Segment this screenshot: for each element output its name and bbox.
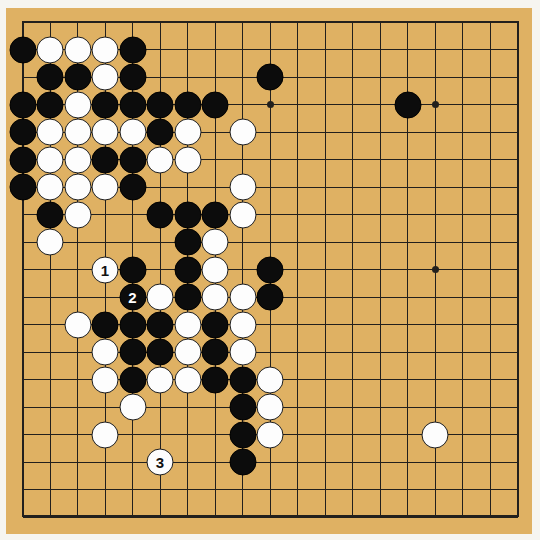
- intersection[interactable]: [174, 256, 202, 284]
- intersection[interactable]: [449, 36, 477, 64]
- intersection[interactable]: [366, 448, 394, 476]
- intersection[interactable]: [64, 36, 92, 64]
- intersection[interactable]: [36, 8, 64, 36]
- intersection[interactable]: [476, 91, 504, 119]
- intersection[interactable]: [146, 311, 174, 339]
- intersection[interactable]: [146, 421, 174, 449]
- intersection[interactable]: [476, 476, 504, 504]
- intersection[interactable]: [394, 228, 422, 256]
- intersection[interactable]: [339, 201, 367, 229]
- intersection[interactable]: [339, 393, 367, 421]
- intersection[interactable]: [284, 63, 312, 91]
- intersection[interactable]: [146, 338, 174, 366]
- intersection[interactable]: [36, 118, 64, 146]
- intersection[interactable]: [174, 393, 202, 421]
- intersection[interactable]: [229, 256, 257, 284]
- intersection[interactable]: [9, 256, 37, 284]
- intersection[interactable]: [146, 228, 174, 256]
- intersection[interactable]: [91, 118, 119, 146]
- intersection[interactable]: [64, 448, 92, 476]
- intersection[interactable]: [421, 201, 449, 229]
- intersection[interactable]: [311, 228, 339, 256]
- intersection[interactable]: [339, 36, 367, 64]
- intersection[interactable]: [421, 228, 449, 256]
- intersection[interactable]: [476, 173, 504, 201]
- intersection[interactable]: [504, 311, 532, 339]
- intersection[interactable]: [9, 283, 37, 311]
- intersection[interactable]: [421, 36, 449, 64]
- intersection[interactable]: [146, 283, 174, 311]
- intersection[interactable]: [64, 146, 92, 174]
- intersection[interactable]: [366, 311, 394, 339]
- intersection[interactable]: [421, 476, 449, 504]
- intersection[interactable]: [256, 228, 284, 256]
- intersection[interactable]: [64, 228, 92, 256]
- intersection[interactable]: [119, 201, 147, 229]
- intersection[interactable]: [504, 476, 532, 504]
- intersection[interactable]: [9, 91, 37, 119]
- intersection[interactable]: [366, 36, 394, 64]
- intersection[interactable]: [284, 173, 312, 201]
- intersection[interactable]: [421, 173, 449, 201]
- intersection[interactable]: [229, 283, 257, 311]
- intersection[interactable]: [174, 201, 202, 229]
- intersection[interactable]: [36, 283, 64, 311]
- intersection[interactable]: [476, 228, 504, 256]
- intersection[interactable]: [201, 118, 229, 146]
- intersection[interactable]: [36, 476, 64, 504]
- intersection[interactable]: [284, 393, 312, 421]
- intersection[interactable]: [229, 8, 257, 36]
- intersection[interactable]: [146, 8, 174, 36]
- intersection[interactable]: [449, 118, 477, 146]
- intersection[interactable]: [36, 146, 64, 174]
- intersection[interactable]: [146, 146, 174, 174]
- intersection[interactable]: [449, 283, 477, 311]
- intersection[interactable]: [311, 146, 339, 174]
- intersection[interactable]: [9, 476, 37, 504]
- intersection[interactable]: [36, 366, 64, 394]
- intersection[interactable]: [9, 118, 37, 146]
- intersection[interactable]: [366, 228, 394, 256]
- intersection[interactable]: [119, 228, 147, 256]
- intersection[interactable]: [201, 421, 229, 449]
- intersection[interactable]: [91, 421, 119, 449]
- intersection[interactable]: [119, 256, 147, 284]
- intersection[interactable]: [394, 256, 422, 284]
- intersection[interactable]: [311, 256, 339, 284]
- intersection[interactable]: [504, 146, 532, 174]
- intersection[interactable]: [36, 201, 64, 229]
- intersection[interactable]: [174, 228, 202, 256]
- intersection[interactable]: [311, 173, 339, 201]
- intersection[interactable]: [284, 8, 312, 36]
- intersection[interactable]: [504, 36, 532, 64]
- intersection[interactable]: [201, 36, 229, 64]
- intersection[interactable]: [394, 118, 422, 146]
- intersection[interactable]: [174, 503, 202, 531]
- intersection[interactable]: [394, 201, 422, 229]
- intersection[interactable]: [311, 8, 339, 36]
- intersection[interactable]: [64, 421, 92, 449]
- intersection[interactable]: [64, 366, 92, 394]
- intersection[interactable]: [119, 476, 147, 504]
- intersection[interactable]: [174, 173, 202, 201]
- intersection[interactable]: [339, 503, 367, 531]
- intersection[interactable]: [91, 283, 119, 311]
- intersection[interactable]: [339, 8, 367, 36]
- intersection[interactable]: [64, 476, 92, 504]
- intersection[interactable]: [449, 8, 477, 36]
- intersection[interactable]: [119, 393, 147, 421]
- intersection[interactable]: [311, 118, 339, 146]
- intersection[interactable]: [119, 118, 147, 146]
- intersection[interactable]: [229, 91, 257, 119]
- intersection[interactable]: [119, 421, 147, 449]
- intersection[interactable]: [394, 338, 422, 366]
- intersection[interactable]: [311, 503, 339, 531]
- intersection[interactable]: [504, 228, 532, 256]
- intersection[interactable]: [119, 503, 147, 531]
- intersection[interactable]: [311, 421, 339, 449]
- intersection[interactable]: [476, 201, 504, 229]
- intersection[interactable]: [339, 173, 367, 201]
- intersection[interactable]: [174, 63, 202, 91]
- intersection[interactable]: [284, 36, 312, 64]
- intersection[interactable]: [476, 311, 504, 339]
- intersection[interactable]: [256, 503, 284, 531]
- intersection[interactable]: [421, 503, 449, 531]
- intersection[interactable]: [64, 173, 92, 201]
- intersection[interactable]: 1: [91, 256, 119, 284]
- intersection[interactable]: [284, 118, 312, 146]
- intersection[interactable]: [229, 421, 257, 449]
- intersection[interactable]: [394, 8, 422, 36]
- intersection[interactable]: [449, 173, 477, 201]
- intersection[interactable]: [256, 91, 284, 119]
- intersection[interactable]: [146, 393, 174, 421]
- intersection[interactable]: [36, 311, 64, 339]
- intersection[interactable]: [64, 311, 92, 339]
- intersection[interactable]: [476, 366, 504, 394]
- intersection[interactable]: [64, 393, 92, 421]
- intersection[interactable]: [36, 503, 64, 531]
- intersection[interactable]: [449, 366, 477, 394]
- intersection[interactable]: [64, 63, 92, 91]
- intersection[interactable]: [9, 63, 37, 91]
- intersection[interactable]: [284, 91, 312, 119]
- intersection[interactable]: [229, 338, 257, 366]
- intersection[interactable]: [421, 421, 449, 449]
- intersection[interactable]: [504, 283, 532, 311]
- intersection[interactable]: [339, 311, 367, 339]
- intersection[interactable]: [9, 8, 37, 36]
- intersection[interactable]: [449, 256, 477, 284]
- intersection[interactable]: [311, 338, 339, 366]
- intersection[interactable]: [36, 448, 64, 476]
- intersection[interactable]: [284, 448, 312, 476]
- intersection[interactable]: [366, 338, 394, 366]
- intersection[interactable]: [284, 228, 312, 256]
- intersection[interactable]: [256, 173, 284, 201]
- intersection[interactable]: [9, 173, 37, 201]
- intersection[interactable]: [366, 8, 394, 36]
- intersection[interactable]: [394, 476, 422, 504]
- intersection[interactable]: [449, 503, 477, 531]
- intersection[interactable]: [284, 146, 312, 174]
- intersection[interactable]: [339, 256, 367, 284]
- intersection[interactable]: 3: [146, 448, 174, 476]
- intersection[interactable]: [366, 283, 394, 311]
- intersection[interactable]: [476, 36, 504, 64]
- intersection[interactable]: [174, 476, 202, 504]
- intersection[interactable]: [119, 338, 147, 366]
- intersection[interactable]: [366, 146, 394, 174]
- intersection[interactable]: [119, 366, 147, 394]
- intersection[interactable]: [174, 36, 202, 64]
- intersection[interactable]: [256, 36, 284, 64]
- intersection[interactable]: [284, 201, 312, 229]
- intersection[interactable]: [449, 146, 477, 174]
- intersection[interactable]: [256, 201, 284, 229]
- intersection[interactable]: [91, 201, 119, 229]
- intersection[interactable]: [9, 338, 37, 366]
- intersection[interactable]: [91, 36, 119, 64]
- intersection[interactable]: [201, 256, 229, 284]
- intersection[interactable]: [504, 421, 532, 449]
- intersection[interactable]: [449, 201, 477, 229]
- intersection[interactable]: [229, 118, 257, 146]
- intersection[interactable]: [256, 63, 284, 91]
- intersection[interactable]: [394, 448, 422, 476]
- intersection[interactable]: [504, 366, 532, 394]
- intersection[interactable]: [9, 311, 37, 339]
- intersection[interactable]: [36, 228, 64, 256]
- intersection[interactable]: [174, 311, 202, 339]
- intersection[interactable]: [394, 63, 422, 91]
- intersection[interactable]: [421, 311, 449, 339]
- intersection[interactable]: [504, 393, 532, 421]
- intersection[interactable]: [476, 338, 504, 366]
- intersection[interactable]: [284, 283, 312, 311]
- intersection[interactable]: [256, 283, 284, 311]
- intersection[interactable]: [229, 173, 257, 201]
- intersection[interactable]: [339, 476, 367, 504]
- intersection[interactable]: [64, 338, 92, 366]
- intersection[interactable]: [36, 421, 64, 449]
- intersection[interactable]: [201, 63, 229, 91]
- intersection[interactable]: [421, 256, 449, 284]
- intersection[interactable]: [201, 146, 229, 174]
- intersection[interactable]: [366, 366, 394, 394]
- intersection[interactable]: [229, 63, 257, 91]
- intersection[interactable]: [339, 283, 367, 311]
- intersection[interactable]: [9, 503, 37, 531]
- intersection[interactable]: [201, 448, 229, 476]
- intersection[interactable]: [201, 283, 229, 311]
- intersection[interactable]: [284, 311, 312, 339]
- intersection[interactable]: [146, 36, 174, 64]
- intersection[interactable]: [504, 91, 532, 119]
- intersection[interactable]: [339, 338, 367, 366]
- intersection[interactable]: [421, 283, 449, 311]
- intersection[interactable]: [146, 503, 174, 531]
- intersection[interactable]: [394, 173, 422, 201]
- intersection[interactable]: [64, 91, 92, 119]
- intersection[interactable]: [64, 8, 92, 36]
- intersection[interactable]: [339, 228, 367, 256]
- intersection[interactable]: [394, 366, 422, 394]
- intersection[interactable]: [201, 476, 229, 504]
- intersection[interactable]: [229, 146, 257, 174]
- intersection[interactable]: [64, 503, 92, 531]
- intersection[interactable]: [91, 228, 119, 256]
- intersection[interactable]: [256, 146, 284, 174]
- intersection[interactable]: [311, 311, 339, 339]
- intersection[interactable]: [476, 118, 504, 146]
- intersection[interactable]: [119, 36, 147, 64]
- intersection[interactable]: [421, 146, 449, 174]
- intersection[interactable]: [504, 256, 532, 284]
- intersection[interactable]: 2: [119, 283, 147, 311]
- intersection[interactable]: [174, 338, 202, 366]
- intersection[interactable]: [284, 256, 312, 284]
- intersection[interactable]: [284, 366, 312, 394]
- intersection[interactable]: [339, 146, 367, 174]
- intersection[interactable]: [339, 118, 367, 146]
- intersection[interactable]: [421, 8, 449, 36]
- intersection[interactable]: [229, 36, 257, 64]
- intersection[interactable]: [476, 8, 504, 36]
- intersection[interactable]: [256, 8, 284, 36]
- intersection[interactable]: [394, 503, 422, 531]
- intersection[interactable]: [311, 283, 339, 311]
- intersection[interactable]: [36, 256, 64, 284]
- intersection[interactable]: [119, 146, 147, 174]
- intersection[interactable]: [91, 311, 119, 339]
- intersection[interactable]: [174, 91, 202, 119]
- intersection[interactable]: [36, 63, 64, 91]
- intersection[interactable]: [449, 63, 477, 91]
- intersection[interactable]: [91, 91, 119, 119]
- intersection[interactable]: [366, 63, 394, 91]
- intersection[interactable]: [174, 283, 202, 311]
- intersection[interactable]: [201, 8, 229, 36]
- intersection[interactable]: [36, 393, 64, 421]
- intersection[interactable]: [504, 173, 532, 201]
- intersection[interactable]: [174, 8, 202, 36]
- intersection[interactable]: [366, 118, 394, 146]
- intersection[interactable]: [284, 503, 312, 531]
- intersection[interactable]: [394, 283, 422, 311]
- intersection[interactable]: [91, 338, 119, 366]
- intersection[interactable]: [504, 338, 532, 366]
- intersection[interactable]: [146, 476, 174, 504]
- intersection[interactable]: [476, 393, 504, 421]
- intersection[interactable]: [201, 173, 229, 201]
- intersection[interactable]: [201, 338, 229, 366]
- intersection[interactable]: [9, 421, 37, 449]
- intersection[interactable]: [229, 201, 257, 229]
- intersection[interactable]: [9, 366, 37, 394]
- intersection[interactable]: [394, 311, 422, 339]
- intersection[interactable]: [394, 421, 422, 449]
- intersection[interactable]: [339, 366, 367, 394]
- intersection[interactable]: [476, 283, 504, 311]
- intersection[interactable]: [256, 421, 284, 449]
- intersection[interactable]: [36, 36, 64, 64]
- intersection[interactable]: [64, 201, 92, 229]
- intersection[interactable]: [421, 448, 449, 476]
- intersection[interactable]: [229, 228, 257, 256]
- intersection[interactable]: [449, 228, 477, 256]
- intersection[interactable]: [9, 146, 37, 174]
- intersection[interactable]: [339, 448, 367, 476]
- intersection[interactable]: [229, 503, 257, 531]
- intersection[interactable]: [256, 311, 284, 339]
- intersection[interactable]: [174, 146, 202, 174]
- intersection[interactable]: [256, 476, 284, 504]
- intersection[interactable]: [256, 338, 284, 366]
- intersection[interactable]: [449, 393, 477, 421]
- intersection[interactable]: [421, 338, 449, 366]
- intersection[interactable]: [394, 393, 422, 421]
- intersection[interactable]: [91, 393, 119, 421]
- intersection[interactable]: [201, 366, 229, 394]
- intersection[interactable]: [91, 448, 119, 476]
- intersection[interactable]: [311, 448, 339, 476]
- intersection[interactable]: [146, 118, 174, 146]
- intersection[interactable]: [311, 393, 339, 421]
- intersection[interactable]: [9, 36, 37, 64]
- intersection[interactable]: [394, 91, 422, 119]
- intersection[interactable]: [449, 448, 477, 476]
- intersection[interactable]: [311, 63, 339, 91]
- intersection[interactable]: [421, 63, 449, 91]
- intersection[interactable]: [174, 366, 202, 394]
- intersection[interactable]: [229, 476, 257, 504]
- intersection[interactable]: [311, 201, 339, 229]
- intersection[interactable]: [504, 63, 532, 91]
- intersection[interactable]: [201, 228, 229, 256]
- intersection[interactable]: [146, 366, 174, 394]
- intersection[interactable]: [256, 448, 284, 476]
- intersection[interactable]: [9, 393, 37, 421]
- intersection[interactable]: [311, 91, 339, 119]
- intersection[interactable]: [91, 503, 119, 531]
- intersection[interactable]: [146, 173, 174, 201]
- intersection[interactable]: [449, 91, 477, 119]
- intersection[interactable]: [229, 448, 257, 476]
- intersection[interactable]: [256, 393, 284, 421]
- intersection[interactable]: [366, 91, 394, 119]
- intersection[interactable]: [119, 63, 147, 91]
- intersection[interactable]: [366, 173, 394, 201]
- intersection[interactable]: [339, 421, 367, 449]
- intersection[interactable]: [366, 201, 394, 229]
- intersection[interactable]: [119, 8, 147, 36]
- intersection[interactable]: [449, 476, 477, 504]
- intersection[interactable]: [119, 448, 147, 476]
- intersection[interactable]: [476, 256, 504, 284]
- intersection[interactable]: [366, 421, 394, 449]
- intersection[interactable]: [201, 311, 229, 339]
- intersection[interactable]: [284, 476, 312, 504]
- intersection[interactable]: [366, 393, 394, 421]
- intersection[interactable]: [256, 118, 284, 146]
- intersection[interactable]: [229, 366, 257, 394]
- intersection[interactable]: [174, 421, 202, 449]
